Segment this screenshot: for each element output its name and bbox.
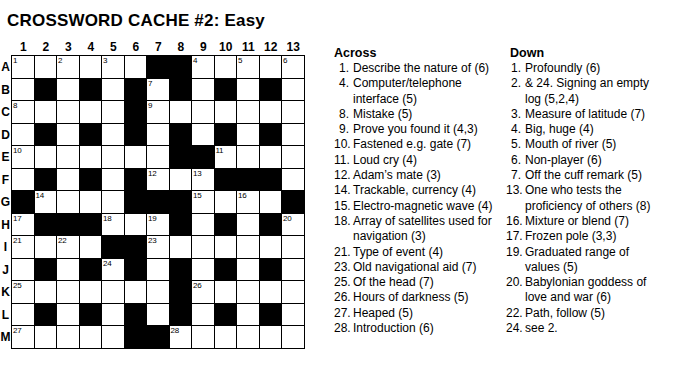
- cell-M5[interactable]: [102, 326, 124, 348]
- cell-C6: [125, 101, 147, 123]
- cell-G11[interactable]: 16: [237, 191, 259, 213]
- row-label-H: H: [0, 214, 11, 237]
- clue-number: 23.: [334, 260, 349, 275]
- cell-C9[interactable]: [192, 101, 214, 123]
- cell-I8[interactable]: [170, 236, 192, 258]
- cell-L10: [215, 304, 237, 326]
- clue-across-18: 18.Array of satellites used for navigati…: [334, 214, 506, 245]
- clue-across-9: 9.Prove you found it (4,3): [334, 122, 506, 137]
- row-label-G: G: [0, 191, 11, 214]
- cell-J2: [35, 259, 57, 281]
- cell-I10[interactable]: [215, 236, 237, 258]
- cell-number: 26: [193, 282, 201, 290]
- cell-I12[interactable]: [260, 236, 282, 258]
- clue-text: Mouth of river (5): [525, 137, 653, 152]
- cell-A1[interactable]: 1: [12, 56, 34, 78]
- cell-I2[interactable]: [35, 236, 57, 258]
- cell-D11[interactable]: [237, 124, 259, 146]
- cell-L8: [170, 304, 192, 326]
- clue-text: Prove you found it (4,3): [353, 122, 495, 137]
- cell-E3[interactable]: [57, 146, 79, 168]
- clue-number: 15.: [334, 199, 349, 214]
- cell-E6[interactable]: [125, 146, 147, 168]
- cell-C4[interactable]: [80, 101, 102, 123]
- cell-D3[interactable]: [57, 124, 79, 146]
- cell-K5[interactable]: [102, 281, 124, 303]
- cell-A9[interactable]: 4: [192, 56, 214, 78]
- cell-G10[interactable]: [215, 191, 237, 213]
- cell-B7[interactable]: 7: [147, 79, 169, 101]
- cell-L11[interactable]: [237, 304, 259, 326]
- cell-L1[interactable]: [12, 304, 34, 326]
- col-label-8: 8: [170, 41, 193, 53]
- cell-number: 11: [216, 147, 224, 155]
- clue-down-3: 3.Measure of latitude (7): [506, 107, 679, 122]
- cell-L7[interactable]: [147, 304, 169, 326]
- clue-text: Introduction (6): [353, 321, 495, 336]
- cell-A12[interactable]: [260, 56, 282, 78]
- cell-E1[interactable]: 10: [12, 146, 34, 168]
- clue-number: 17.: [506, 229, 521, 244]
- cell-D13[interactable]: [282, 124, 304, 146]
- cell-number: 9: [148, 102, 152, 110]
- clue-text: Graduated range of values (5): [525, 245, 653, 276]
- clue-down-5: 5.Mouth of river (5): [506, 137, 679, 152]
- cell-H3: [57, 214, 79, 236]
- col-label-6: 6: [125, 41, 148, 53]
- clue-number: 27.: [334, 306, 349, 321]
- cell-K11[interactable]: [237, 281, 259, 303]
- cell-D8: [170, 124, 192, 146]
- col-label-2: 2: [35, 41, 58, 53]
- cell-I4[interactable]: [80, 236, 102, 258]
- cell-H4: [80, 214, 102, 236]
- cell-number: 17: [13, 215, 21, 223]
- clue-number: 10.: [334, 137, 349, 152]
- clue-number: 4.: [334, 76, 349, 91]
- col-label-10: 10: [215, 41, 238, 53]
- clue-text: Profoundly (6): [525, 61, 653, 76]
- cell-B4: [80, 79, 102, 101]
- cell-C7[interactable]: 9: [147, 101, 169, 123]
- clue-text: Electro-magnetic wave (4): [353, 199, 495, 214]
- cell-E12[interactable]: [260, 146, 282, 168]
- cell-C11[interactable]: [237, 101, 259, 123]
- cell-H12: [260, 214, 282, 236]
- page-title: CROSSWORD CACHE #2: Easy: [7, 11, 265, 31]
- down-clue-list: 1.Profoundly (6)2.& 24. Signing an empty…: [506, 61, 679, 336]
- row-label-L: L: [0, 304, 11, 327]
- cell-D7[interactable]: [147, 124, 169, 146]
- cell-A13[interactable]: 6: [282, 56, 304, 78]
- cell-E5[interactable]: [102, 146, 124, 168]
- cell-L6: [125, 304, 147, 326]
- cell-L9[interactable]: [192, 304, 214, 326]
- cell-M10[interactable]: [215, 326, 237, 348]
- cell-E10[interactable]: 11: [215, 146, 237, 168]
- cell-F10: [215, 169, 237, 191]
- cell-G8: [170, 191, 192, 213]
- clue-number: 6.: [506, 153, 521, 168]
- cell-number: 5: [238, 57, 242, 65]
- cell-H8: [170, 214, 192, 236]
- cell-G2[interactable]: 14: [35, 191, 57, 213]
- row-label-M: M: [0, 326, 11, 349]
- cell-I5: [102, 236, 124, 258]
- cell-number: 4: [193, 57, 197, 65]
- cell-J7[interactable]: [147, 259, 169, 281]
- down-clues: Down 1.Profoundly (6)2.& 24. Signing an …: [506, 46, 679, 336]
- cell-number: 12: [148, 170, 156, 178]
- cell-H9[interactable]: [192, 214, 214, 236]
- cell-G13: [282, 191, 304, 213]
- cell-number: 7: [148, 80, 152, 88]
- clue-down-7: 7.Off the cuff remark (5): [506, 168, 679, 183]
- row-label-I: I: [0, 236, 11, 259]
- clue-number: 1.: [506, 61, 521, 76]
- cell-M11[interactable]: [237, 326, 259, 348]
- cell-C5[interactable]: [102, 101, 124, 123]
- cell-B13[interactable]: [282, 79, 304, 101]
- clue-text: Computer/telephone interface (5): [353, 76, 495, 107]
- cell-H10: [215, 214, 237, 236]
- cell-F2: [35, 169, 57, 191]
- cell-J8: [170, 259, 192, 281]
- cell-J6: [125, 259, 147, 281]
- cell-A7: [147, 56, 169, 78]
- cell-J1[interactable]: [12, 259, 34, 281]
- clue-text: Type of event (4): [353, 245, 495, 260]
- clue-text: Big, huge (4): [525, 122, 653, 137]
- cell-L12: [260, 304, 282, 326]
- cell-number: 22: [58, 237, 66, 245]
- cell-E7[interactable]: [147, 146, 169, 168]
- cell-K7[interactable]: [147, 281, 169, 303]
- cell-F8[interactable]: [170, 169, 192, 191]
- row-label-F: F: [0, 169, 11, 192]
- clue-number: 12.: [334, 168, 349, 183]
- clue-number: 22.: [506, 306, 521, 321]
- clue-number: 28.: [334, 321, 349, 336]
- clue-text: Array of satellites used for navigation …: [353, 214, 495, 245]
- cell-M13[interactable]: [282, 326, 304, 348]
- cell-B11[interactable]: [237, 79, 259, 101]
- cell-F12: [260, 169, 282, 191]
- clue-down-6: 6.Non-player (6): [506, 153, 679, 168]
- clue-text: Non-player (6): [525, 153, 653, 168]
- clue-down-1: 1.Profoundly (6): [506, 61, 679, 76]
- cell-K3[interactable]: [57, 281, 79, 303]
- cell-H2: [35, 214, 57, 236]
- cell-J9[interactable]: [192, 259, 214, 281]
- row-label-A: A: [0, 56, 11, 79]
- cell-H11[interactable]: [237, 214, 259, 236]
- clue-number: 24.: [506, 321, 521, 336]
- clue-across-4: 4.Computer/telephone interface (5): [334, 76, 506, 107]
- cell-C3[interactable]: [57, 101, 79, 123]
- cell-number: 27: [13, 327, 21, 335]
- cell-C13[interactable]: [282, 101, 304, 123]
- cell-J3[interactable]: [57, 259, 79, 281]
- cell-F4: [80, 169, 102, 191]
- cell-D2: [35, 124, 57, 146]
- clue-down-19: 19.Graduated range of values (5): [506, 245, 679, 276]
- across-header: Across: [334, 46, 506, 60]
- cell-E2[interactable]: [35, 146, 57, 168]
- clue-across-1: 1.Describe the nature of (6): [334, 61, 506, 76]
- cell-number: 16: [238, 192, 246, 200]
- clue-across-27: 27.Heaped (5): [334, 306, 506, 321]
- grid-row-labels: ABCDEFGHIJKLM: [0, 56, 11, 349]
- cell-I11[interactable]: [237, 236, 259, 258]
- cell-number: 13: [193, 170, 201, 178]
- cell-A3[interactable]: 2: [57, 56, 79, 78]
- clue-text: Measure of latitude (7): [525, 107, 653, 122]
- cell-number: 24: [103, 260, 111, 268]
- cell-C8[interactable]: [170, 101, 192, 123]
- col-label-7: 7: [147, 41, 170, 53]
- clue-down-4: 4.Big, huge (4): [506, 122, 679, 137]
- cell-number: 6: [283, 57, 287, 65]
- row-label-B: B: [0, 79, 11, 102]
- cell-I13[interactable]: [282, 236, 304, 258]
- cell-B2: [35, 79, 57, 101]
- clue-text: Frozen pole (3,3): [525, 229, 653, 244]
- cell-number: 23: [148, 237, 156, 245]
- cell-H7[interactable]: 19: [147, 214, 169, 236]
- clue-down-24: 24.see 2.: [506, 321, 679, 336]
- cell-G9[interactable]: 15: [192, 191, 214, 213]
- cell-E13[interactable]: [282, 146, 304, 168]
- clue-across-25: 25.Of the head (7): [334, 275, 506, 290]
- clue-text: One who tests the proficiency of others …: [525, 183, 653, 214]
- clue-across-12: 12.Adam’s mate (3): [334, 168, 506, 183]
- cell-L3[interactable]: [57, 304, 79, 326]
- clue-number: 21.: [334, 245, 349, 260]
- across-clues: Across 1.Describe the nature of (6)4.Com…: [334, 46, 506, 336]
- cell-number: 19: [148, 215, 156, 223]
- col-label-1: 1: [12, 41, 35, 53]
- cell-J10: [215, 259, 237, 281]
- cell-A5[interactable]: 3: [102, 56, 124, 78]
- cell-F3[interactable]: [57, 169, 79, 191]
- cell-C1[interactable]: 8: [12, 101, 34, 123]
- clue-down-16: 16.Mixture or blend (7): [506, 214, 679, 229]
- cell-M2[interactable]: [35, 326, 57, 348]
- clue-across-21: 21.Type of event (4): [334, 245, 506, 260]
- down-header: Down: [510, 46, 679, 60]
- clue-across-8: 8.Mistake (5): [334, 107, 506, 122]
- cell-G1: [12, 191, 34, 213]
- cell-J13[interactable]: [282, 259, 304, 281]
- clue-number: 20.: [506, 275, 521, 290]
- cell-B5[interactable]: [102, 79, 124, 101]
- cell-L2: [35, 304, 57, 326]
- cell-A2[interactable]: [35, 56, 57, 78]
- cell-J12: [260, 259, 282, 281]
- clue-number: 3.: [506, 107, 521, 122]
- cell-H13[interactable]: 20: [282, 214, 304, 236]
- cell-C10[interactable]: [215, 101, 237, 123]
- cell-E11[interactable]: [237, 146, 259, 168]
- cell-B6: [125, 79, 147, 101]
- cell-B12: [260, 79, 282, 101]
- cell-C12[interactable]: [260, 101, 282, 123]
- col-label-4: 4: [80, 41, 103, 53]
- cell-M8[interactable]: 28: [170, 326, 192, 348]
- cell-G4[interactable]: [80, 191, 102, 213]
- cell-M6: [125, 326, 147, 348]
- cell-number: 1: [13, 57, 17, 65]
- row-label-J: J: [0, 259, 11, 282]
- clue-number: 16.: [506, 214, 521, 229]
- clue-number: 14.: [334, 183, 349, 198]
- cell-I3[interactable]: 22: [57, 236, 79, 258]
- cell-G3[interactable]: [57, 191, 79, 213]
- cell-M9[interactable]: [192, 326, 214, 348]
- cell-B8: [170, 79, 192, 101]
- clue-number: 4.: [506, 122, 521, 137]
- cell-H5[interactable]: 18: [102, 214, 124, 236]
- clue-number: 11.: [334, 153, 349, 168]
- cell-J5[interactable]: 24: [102, 259, 124, 281]
- col-label-12: 12: [260, 41, 283, 53]
- clue-down-20: 20.Babylonian goddess of love and war (6…: [506, 275, 679, 306]
- cell-G5[interactable]: [102, 191, 124, 213]
- cell-H6[interactable]: [125, 214, 147, 236]
- clue-across-28: 28.Introduction (6): [334, 321, 506, 336]
- clue-text: & 24. Signing an empty log (5,2,4): [525, 76, 653, 107]
- cell-K12[interactable]: [260, 281, 282, 303]
- cell-B10: [215, 79, 237, 101]
- cell-F7[interactable]: 12: [147, 169, 169, 191]
- cell-G7: [147, 191, 169, 213]
- cell-K4[interactable]: [80, 281, 102, 303]
- clue-across-26: 26.Hours of darkness (5): [334, 290, 506, 305]
- cell-K13[interactable]: [282, 281, 304, 303]
- cell-F11: [237, 169, 259, 191]
- cell-D9[interactable]: [192, 124, 214, 146]
- cell-D5[interactable]: [102, 124, 124, 146]
- cell-E4[interactable]: [80, 146, 102, 168]
- clue-text: Trackable, currency (4): [353, 183, 495, 198]
- cell-A8: [170, 56, 192, 78]
- cell-number: 21: [13, 237, 21, 245]
- cell-A10[interactable]: [215, 56, 237, 78]
- clue-text: Mistake (5): [353, 107, 495, 122]
- clue-text: Of the head (7): [353, 275, 495, 290]
- cell-B3[interactable]: [57, 79, 79, 101]
- clue-text: Loud cry (4): [353, 153, 495, 168]
- cell-K6[interactable]: [125, 281, 147, 303]
- clue-number: 13.: [506, 183, 521, 198]
- clue-text: Off the cuff remark (5): [525, 168, 653, 183]
- cell-number: 3: [103, 57, 107, 65]
- cell-A4[interactable]: [80, 56, 102, 78]
- cell-K10[interactable]: [215, 281, 237, 303]
- cell-D4: [80, 124, 102, 146]
- clue-text: Path, follow (5): [525, 306, 653, 321]
- across-clue-list: 1.Describe the nature of (6)4.Computer/t…: [334, 61, 506, 336]
- cell-K1[interactable]: 25: [12, 281, 34, 303]
- clue-text: Mixture or blend (7): [525, 214, 653, 229]
- row-label-D: D: [0, 124, 11, 147]
- cell-I6: [125, 236, 147, 258]
- cell-L13[interactable]: [282, 304, 304, 326]
- cell-M12[interactable]: [260, 326, 282, 348]
- cell-K9[interactable]: 26: [192, 281, 214, 303]
- clue-number: 2.: [506, 76, 521, 91]
- cell-F6: [125, 169, 147, 191]
- clue-number: 9.: [334, 122, 349, 137]
- cell-D1[interactable]: [12, 124, 34, 146]
- cell-G12[interactable]: [260, 191, 282, 213]
- row-label-K: K: [0, 281, 11, 304]
- col-label-3: 3: [57, 41, 80, 53]
- cell-L5[interactable]: [102, 304, 124, 326]
- cell-B9[interactable]: [192, 79, 214, 101]
- cell-I9[interactable]: [192, 236, 214, 258]
- clue-across-14: 14.Trackable, currency (4): [334, 183, 506, 198]
- clue-down-13: 13.One who tests the proficiency of othe…: [506, 183, 679, 214]
- cell-C2[interactable]: [35, 101, 57, 123]
- cell-K2[interactable]: [35, 281, 57, 303]
- col-label-9: 9: [192, 41, 215, 53]
- col-label-11: 11: [237, 41, 260, 53]
- clue-number: 8.: [334, 107, 349, 122]
- cell-K8: [170, 281, 192, 303]
- cell-D10: [215, 124, 237, 146]
- clue-across-10: 10.Fastened e.g. gate (7): [334, 137, 506, 152]
- cell-M4[interactable]: [80, 326, 102, 348]
- cell-I7[interactable]: 23: [147, 236, 169, 258]
- clue-number: 25.: [334, 275, 349, 290]
- cell-D12: [260, 124, 282, 146]
- cell-H1[interactable]: 17: [12, 214, 34, 236]
- clue-down-2: 2.& 24. Signing an empty log (5,2,4): [506, 76, 679, 107]
- cell-M7: [147, 326, 169, 348]
- cell-number: 2: [58, 57, 62, 65]
- cell-G6: [125, 191, 147, 213]
- cell-J11[interactable]: [237, 259, 259, 281]
- cell-M1[interactable]: 27: [12, 326, 34, 348]
- clue-number: 1.: [334, 61, 349, 76]
- cell-I1[interactable]: 21: [12, 236, 34, 258]
- cell-number: 18: [103, 215, 111, 223]
- cell-B1[interactable]: [12, 79, 34, 101]
- clue-number: 5.: [506, 137, 521, 152]
- cell-F13[interactable]: [282, 169, 304, 191]
- cell-number: 15: [193, 192, 201, 200]
- cell-F1[interactable]: [12, 169, 34, 191]
- cell-E8: [170, 146, 192, 168]
- cell-D6: [125, 124, 147, 146]
- cell-L4: [80, 304, 102, 326]
- clue-text: Describe the nature of (6): [353, 61, 495, 76]
- cell-M3[interactable]: [57, 326, 79, 348]
- row-label-E: E: [0, 146, 11, 169]
- clue-across-23: 23.Old navigational aid (7): [334, 260, 506, 275]
- cell-F5[interactable]: [102, 169, 124, 191]
- cell-A6[interactable]: [125, 56, 147, 78]
- clue-number: 19.: [506, 245, 521, 260]
- grid-column-labels: 12345678910111213: [12, 41, 305, 53]
- cell-A11[interactable]: 5: [237, 56, 259, 78]
- cell-number: 10: [13, 147, 21, 155]
- cell-F9[interactable]: 13: [192, 169, 214, 191]
- cell-number: 20: [283, 215, 291, 223]
- cell-J4: [80, 259, 102, 281]
